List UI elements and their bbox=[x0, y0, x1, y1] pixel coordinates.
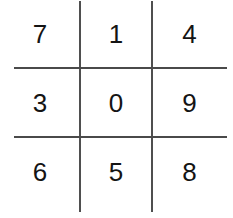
cell-r1c2[interactable]: 9 bbox=[152, 68, 227, 137]
cell-r1c1[interactable]: 0 bbox=[80, 68, 152, 137]
cell-r1c0[interactable]: 3 bbox=[0, 68, 80, 137]
cell-value: 9 bbox=[182, 90, 196, 116]
cell-value: 1 bbox=[109, 21, 123, 47]
cell-value: 8 bbox=[182, 159, 196, 185]
cell-r0c2[interactable]: 4 bbox=[152, 0, 227, 68]
cell-value: 4 bbox=[182, 21, 196, 47]
cell-r2c2[interactable]: 8 bbox=[152, 137, 227, 207]
cell-value: 6 bbox=[33, 159, 47, 185]
cell-value: 0 bbox=[109, 90, 123, 116]
cell-value: 3 bbox=[33, 90, 47, 116]
cell-r2c0[interactable]: 6 bbox=[0, 137, 80, 207]
cell-r2c1[interactable]: 5 bbox=[80, 137, 152, 207]
cell-value: 5 bbox=[109, 159, 123, 185]
cell-r0c0[interactable]: 7 bbox=[0, 0, 80, 68]
cell-grid: 7 1 4 3 0 9 6 5 8 bbox=[0, 0, 227, 207]
puzzle-board: 7 1 4 3 0 9 6 5 8 bbox=[0, 0, 233, 218]
cell-r0c1[interactable]: 1 bbox=[80, 0, 152, 68]
cell-value: 7 bbox=[33, 21, 47, 47]
